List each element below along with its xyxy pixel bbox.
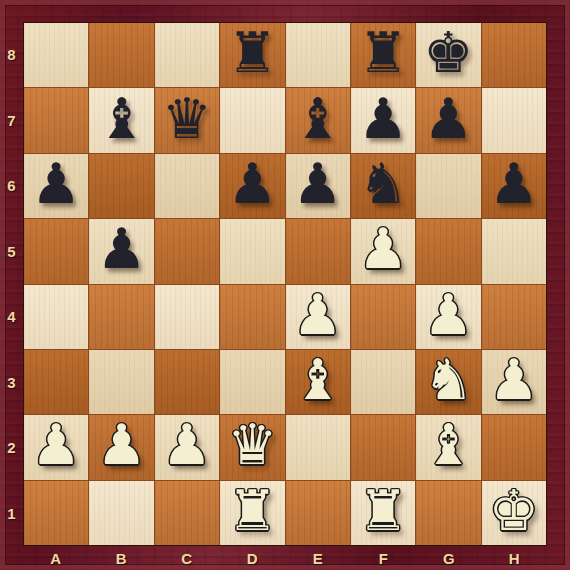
square-e7[interactable]: ♝	[286, 88, 350, 152]
file-labels: A B C D E F G H	[23, 546, 547, 570]
square-a3[interactable]	[24, 350, 88, 414]
piece-white-pawn[interactable]: ♟	[96, 417, 146, 473]
piece-black-pawn[interactable]: ♟	[227, 156, 277, 212]
piece-white-knight[interactable]: ♞	[423, 352, 473, 408]
rank-label-3: 3	[0, 350, 23, 416]
square-c5[interactable]	[155, 219, 219, 283]
square-f2[interactable]	[351, 415, 415, 479]
square-a8[interactable]	[24, 23, 88, 87]
board: ♜♜♚♝♛♝♟♟♟♟♟♞♟♟♟♟♟♝♞♟♟♟♟♛♝♜♜♚	[23, 22, 547, 546]
square-e1[interactable]	[286, 481, 350, 545]
piece-white-queen[interactable]: ♛	[227, 417, 277, 473]
square-h3[interactable]: ♟	[482, 350, 546, 414]
square-b3[interactable]	[89, 350, 153, 414]
piece-black-king[interactable]: ♚	[423, 25, 473, 81]
square-a7[interactable]	[24, 88, 88, 152]
file-label-c: C	[154, 546, 220, 570]
square-c7[interactable]: ♛	[155, 88, 219, 152]
square-b4[interactable]	[89, 285, 153, 349]
file-label-h: H	[482, 546, 548, 570]
square-f5[interactable]: ♟	[351, 219, 415, 283]
square-b8[interactable]	[89, 23, 153, 87]
file-label-f: F	[351, 546, 417, 570]
square-e3[interactable]: ♝	[286, 350, 350, 414]
square-a2[interactable]: ♟	[24, 415, 88, 479]
square-d8[interactable]: ♜	[220, 23, 284, 87]
square-g3[interactable]: ♞	[416, 350, 480, 414]
square-e8[interactable]	[286, 23, 350, 87]
piece-black-pawn[interactable]: ♟	[96, 221, 146, 277]
square-d2[interactable]: ♛	[220, 415, 284, 479]
square-f8[interactable]: ♜	[351, 23, 415, 87]
piece-black-bishop[interactable]: ♝	[293, 91, 343, 147]
square-e2[interactable]	[286, 415, 350, 479]
square-d5[interactable]	[220, 219, 284, 283]
square-b6[interactable]	[89, 154, 153, 218]
square-h2[interactable]	[482, 415, 546, 479]
square-f7[interactable]: ♟	[351, 88, 415, 152]
square-h6[interactable]: ♟	[482, 154, 546, 218]
rank-label-2: 2	[0, 415, 23, 481]
file-label-e: E	[285, 546, 351, 570]
rank-label-8: 8	[0, 22, 23, 88]
rank-label-4: 4	[0, 284, 23, 350]
square-a6[interactable]: ♟	[24, 154, 88, 218]
square-c4[interactable]	[155, 285, 219, 349]
piece-white-pawn[interactable]: ♟	[358, 221, 408, 277]
piece-white-pawn[interactable]: ♟	[489, 352, 539, 408]
piece-black-pawn[interactable]: ♟	[293, 156, 343, 212]
square-d1[interactable]: ♜	[220, 481, 284, 545]
square-a1[interactable]	[24, 481, 88, 545]
piece-white-pawn[interactable]: ♟	[31, 417, 81, 473]
square-h5[interactable]	[482, 219, 546, 283]
square-d3[interactable]	[220, 350, 284, 414]
square-f3[interactable]	[351, 350, 415, 414]
piece-white-rook[interactable]: ♜	[227, 483, 277, 539]
square-d6[interactable]: ♟	[220, 154, 284, 218]
file-label-d: D	[220, 546, 286, 570]
square-d7[interactable]	[220, 88, 284, 152]
square-g5[interactable]	[416, 219, 480, 283]
square-e6[interactable]: ♟	[286, 154, 350, 218]
piece-black-pawn[interactable]: ♟	[423, 91, 473, 147]
square-c1[interactable]	[155, 481, 219, 545]
piece-white-bishop[interactable]: ♝	[423, 417, 473, 473]
square-g6[interactable]	[416, 154, 480, 218]
piece-black-pawn[interactable]: ♟	[358, 91, 408, 147]
piece-black-queen[interactable]: ♛	[162, 91, 212, 147]
rank-label-1: 1	[0, 481, 23, 547]
piece-black-pawn[interactable]: ♟	[489, 156, 539, 212]
square-f6[interactable]: ♞	[351, 154, 415, 218]
square-g1[interactable]	[416, 481, 480, 545]
square-f1[interactable]: ♜	[351, 481, 415, 545]
square-c2[interactable]: ♟	[155, 415, 219, 479]
square-a4[interactable]	[24, 285, 88, 349]
square-g7[interactable]: ♟	[416, 88, 480, 152]
square-a5[interactable]	[24, 219, 88, 283]
piece-white-king[interactable]: ♚	[489, 483, 539, 539]
square-h1[interactable]: ♚	[482, 481, 546, 545]
piece-white-pawn[interactable]: ♟	[293, 287, 343, 343]
rank-label-6: 6	[0, 153, 23, 219]
square-b1[interactable]	[89, 481, 153, 545]
square-f4[interactable]	[351, 285, 415, 349]
chess-board-frame: 8 7 6 5 4 3 2 1 ♜♜♚♝♛♝♟♟♟♟♟♞♟♟♟♟♟♝♞♟♟♟♟♛…	[0, 0, 570, 570]
file-label-g: G	[416, 546, 482, 570]
square-b5[interactable]: ♟	[89, 219, 153, 283]
rank-label-7: 7	[0, 88, 23, 154]
rank-labels: 8 7 6 5 4 3 2 1	[0, 22, 23, 546]
square-c6[interactable]	[155, 154, 219, 218]
square-h7[interactable]	[482, 88, 546, 152]
piece-white-pawn[interactable]: ♟	[423, 287, 473, 343]
piece-white-bishop[interactable]: ♝	[293, 352, 343, 408]
square-e5[interactable]	[286, 219, 350, 283]
piece-black-bishop[interactable]: ♝	[96, 91, 146, 147]
square-e4[interactable]: ♟	[286, 285, 350, 349]
square-h4[interactable]	[482, 285, 546, 349]
square-b2[interactable]: ♟	[89, 415, 153, 479]
square-c8[interactable]	[155, 23, 219, 87]
square-h8[interactable]	[482, 23, 546, 87]
piece-black-pawn[interactable]: ♟	[31, 156, 81, 212]
rank-label-5: 5	[0, 219, 23, 285]
piece-black-rook[interactable]: ♜	[227, 25, 277, 81]
piece-black-rook[interactable]: ♜	[358, 25, 408, 81]
file-label-b: B	[89, 546, 155, 570]
square-b7[interactable]: ♝	[89, 88, 153, 152]
piece-black-knight[interactable]: ♞	[358, 156, 408, 212]
square-g2[interactable]: ♝	[416, 415, 480, 479]
file-label-a: A	[23, 546, 89, 570]
square-g8[interactable]: ♚	[416, 23, 480, 87]
piece-white-pawn[interactable]: ♟	[162, 417, 212, 473]
square-d4[interactable]	[220, 285, 284, 349]
piece-white-rook[interactable]: ♜	[358, 483, 408, 539]
square-c3[interactable]	[155, 350, 219, 414]
square-g4[interactable]: ♟	[416, 285, 480, 349]
